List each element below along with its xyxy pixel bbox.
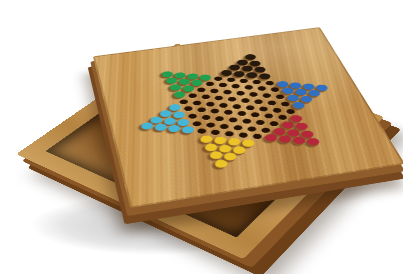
peg-yellow[interactable]: ● bbox=[211, 157, 231, 169]
chinese-checkers-board-lid: ●●●●●●●●●●●●●●●●●●●●●●●●●●●●●●●●●●●●●●●●… bbox=[93, 27, 403, 208]
peg-red[interactable]: ● bbox=[304, 136, 322, 148]
product-photo-scene: ●●●●●●●●●●●●●●●●●●●●●●●●●●●●●●●●●●●●●●●●… bbox=[0, 0, 403, 274]
